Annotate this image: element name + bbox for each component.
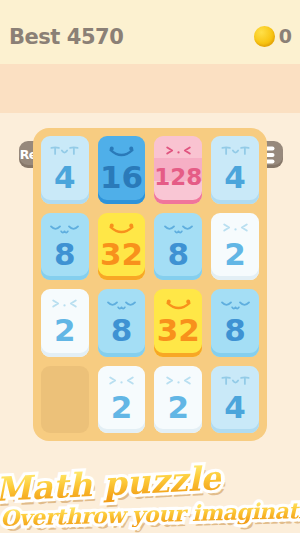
tile-8: 8 bbox=[98, 289, 146, 357]
squint-face-icon bbox=[162, 145, 195, 159]
tile-number: 4 bbox=[54, 159, 76, 204]
tile-2: 2 bbox=[41, 289, 89, 357]
tile-number: 8 bbox=[224, 312, 246, 357]
happy-face-icon bbox=[105, 145, 138, 159]
tile-number: 8 bbox=[111, 312, 133, 357]
happy-face-icon bbox=[105, 222, 138, 236]
tile-2: 2 bbox=[98, 366, 146, 434]
tile-2: 2 bbox=[211, 213, 259, 281]
banner: Math puzzle Math puzzle Overthrow your i… bbox=[0, 465, 300, 526]
tile-number: 8 bbox=[168, 236, 190, 281]
tile-number: 32 bbox=[157, 312, 200, 357]
tile-number: 2 bbox=[111, 389, 133, 434]
cry-face-icon bbox=[219, 375, 252, 389]
gold-coin-icon bbox=[254, 26, 275, 47]
squint-face-icon bbox=[162, 375, 195, 389]
tile-32: 32 bbox=[98, 213, 146, 281]
tile-4: 4 bbox=[211, 136, 259, 204]
squint-face-icon bbox=[48, 298, 81, 312]
tile-number: 2 bbox=[168, 389, 190, 434]
best-label: Best bbox=[9, 25, 60, 49]
tile-8: 8 bbox=[41, 213, 89, 281]
banner-line2: Overthrow your imagination Overthrow you… bbox=[0, 499, 300, 530]
sleep-face-icon bbox=[219, 298, 252, 312]
tile-8: 8 bbox=[211, 289, 259, 357]
tile-4: 4 bbox=[41, 136, 89, 204]
tile-128: 128 bbox=[154, 136, 202, 204]
toolbar: Regret 1008 bbox=[0, 64, 300, 113]
tile-number: 4 bbox=[224, 159, 246, 204]
tile-16: 16 bbox=[98, 136, 146, 204]
tile-8: 8 bbox=[154, 213, 202, 281]
happy-face-icon bbox=[162, 298, 195, 312]
cry-face-icon bbox=[48, 145, 81, 159]
cry-face-icon bbox=[219, 145, 252, 159]
tile-number: 32 bbox=[100, 236, 143, 281]
coin-counter: 0 bbox=[254, 25, 292, 47]
best-value: 4570 bbox=[67, 25, 123, 49]
tile-number: 2 bbox=[54, 312, 76, 357]
board[interactable]: 4 16 128 4 8 32 8 bbox=[33, 128, 267, 441]
top-header: Best 4570 0 bbox=[0, 0, 300, 64]
tile-number: 128 bbox=[154, 159, 202, 204]
tile-number: 16 bbox=[100, 159, 143, 204]
squint-face-icon bbox=[105, 375, 138, 389]
empty-cell bbox=[41, 366, 89, 434]
best-score: Best 4570 bbox=[9, 25, 123, 49]
tile-number: 4 bbox=[224, 389, 246, 434]
sleep-face-icon bbox=[105, 298, 138, 312]
tile-number: 8 bbox=[54, 236, 76, 281]
tile-number: 2 bbox=[224, 236, 246, 281]
squint-face-icon bbox=[219, 222, 252, 236]
tile-4: 4 bbox=[211, 366, 259, 434]
coin-count: 0 bbox=[279, 25, 292, 47]
sleep-face-icon bbox=[162, 222, 195, 236]
tile-32: 32 bbox=[154, 289, 202, 357]
sleep-face-icon bbox=[48, 222, 81, 236]
tile-2: 2 bbox=[154, 366, 202, 434]
